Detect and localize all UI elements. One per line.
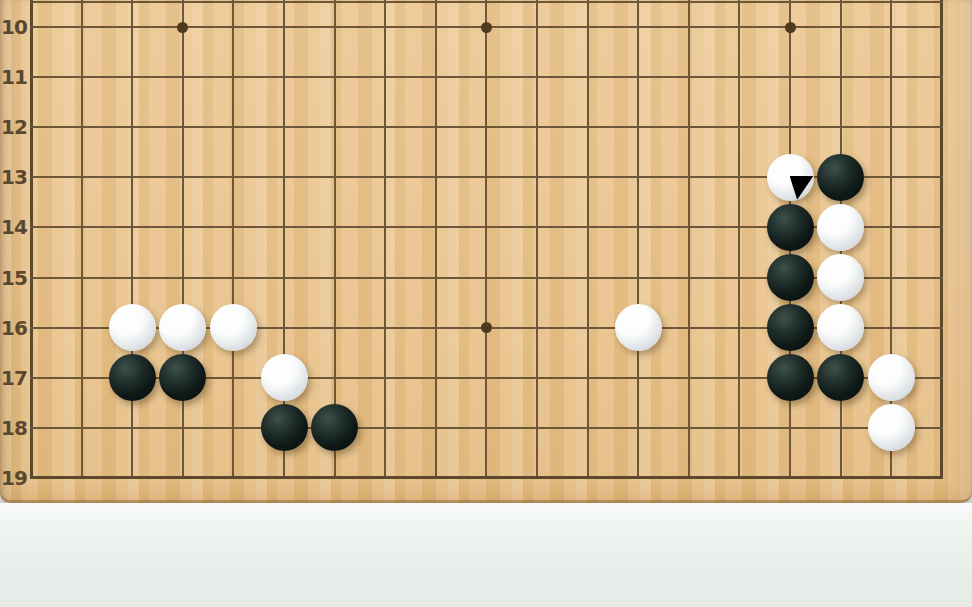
go-board[interactable]: 10111213141516171819 <box>0 0 972 503</box>
row-label-12: 12 <box>0 115 28 139</box>
stone-white-c18r17 <box>868 354 915 401</box>
stone-white-c13r16 <box>615 304 662 351</box>
stone-black-c6r18 <box>261 404 308 451</box>
row-label-19: 19 <box>0 466 28 490</box>
grid-line-partial-top <box>30 1 944 3</box>
go-app-frame: 10111213141516171819 <box>0 0 972 607</box>
grid-line-v-19 <box>940 0 943 479</box>
last-move-triangle-marker <box>790 176 814 200</box>
bottom-panel <box>0 503 972 607</box>
grid-line-v-8 <box>384 0 386 479</box>
grid-line-h-18 <box>30 427 944 429</box>
row-label-11: 11 <box>0 65 28 89</box>
grid-line-v-15 <box>738 0 740 479</box>
row-label-16: 16 <box>0 316 28 340</box>
grid-line-v-9 <box>435 0 437 479</box>
stone-black-c4r17 <box>159 354 206 401</box>
stone-black-c16r15 <box>767 254 814 301</box>
stone-white-c5r16 <box>210 304 257 351</box>
stone-black-c16r17 <box>767 354 814 401</box>
grid-line-v-3 <box>131 0 133 479</box>
grid-line-h-11 <box>30 76 944 78</box>
grid-line-v-1 <box>30 0 33 479</box>
stone-black-c16r14 <box>767 204 814 251</box>
row-label-18: 18 <box>0 416 28 440</box>
star-point-c10r10 <box>481 22 492 33</box>
grid-line-v-4 <box>182 0 184 479</box>
stone-black-c17r17 <box>817 354 864 401</box>
stone-black-c16r16 <box>767 304 814 351</box>
grid-line-v-11 <box>536 0 538 479</box>
row-label-14: 14 <box>0 215 28 239</box>
stone-white-c18r18 <box>868 404 915 451</box>
grid-line-v-12 <box>587 0 589 479</box>
star-point-c4r10 <box>177 22 188 33</box>
stone-white-c4r16 <box>159 304 206 351</box>
row-label-17: 17 <box>0 366 28 390</box>
stone-black-c3r17 <box>109 354 156 401</box>
grid-line-h-19 <box>30 476 944 479</box>
grid-line-v-13 <box>637 0 639 479</box>
grid-line-v-5 <box>232 0 234 479</box>
grid-line-v-2 <box>81 0 83 479</box>
grid-line-v-14 <box>688 0 690 479</box>
stone-white-c17r16 <box>817 304 864 351</box>
grid-line-h-12 <box>30 126 944 128</box>
stone-white-c17r15 <box>817 254 864 301</box>
stone-white-c16r13 <box>767 154 814 201</box>
row-label-10: 10 <box>0 15 28 39</box>
stone-black-c17r13 <box>817 154 864 201</box>
stone-white-c6r17 <box>261 354 308 401</box>
star-point-c16r10 <box>785 22 796 33</box>
row-label-15: 15 <box>0 266 28 290</box>
stone-black-c7r18 <box>311 404 358 451</box>
row-label-13: 13 <box>0 165 28 189</box>
star-point-c10r16 <box>481 322 492 333</box>
stone-white-c17r14 <box>817 204 864 251</box>
stone-white-c3r16 <box>109 304 156 351</box>
grid-line-v-10 <box>485 0 487 479</box>
